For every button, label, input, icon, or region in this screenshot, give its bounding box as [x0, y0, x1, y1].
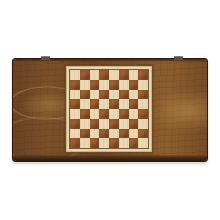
- square-a2[interactable]: [70, 129, 80, 139]
- square-e1[interactable]: [109, 138, 119, 148]
- square-b1[interactable]: [80, 138, 90, 148]
- square-f2[interactable]: [119, 129, 129, 139]
- square-b2[interactable]: [80, 129, 90, 139]
- square-h1[interactable]: [138, 138, 148, 148]
- square-d3[interactable]: [99, 119, 109, 129]
- square-h7[interactable]: [138, 80, 148, 90]
- square-d2[interactable]: [99, 129, 109, 139]
- square-h3[interactable]: [138, 119, 148, 129]
- square-a1[interactable]: [70, 138, 80, 148]
- square-h2[interactable]: [138, 129, 148, 139]
- square-e4[interactable]: [109, 109, 119, 119]
- square-g5[interactable]: [129, 99, 139, 109]
- square-e6[interactable]: [109, 90, 119, 100]
- square-e3[interactable]: [109, 119, 119, 129]
- game-board: [69, 69, 149, 149]
- square-g7[interactable]: [129, 80, 139, 90]
- square-f1[interactable]: [119, 138, 129, 148]
- square-b4[interactable]: [80, 109, 90, 119]
- square-h4[interactable]: [138, 109, 148, 119]
- square-e2[interactable]: [109, 129, 119, 139]
- square-c8[interactable]: [90, 70, 100, 80]
- square-h8[interactable]: [138, 70, 148, 80]
- hinge-right-icon: [174, 56, 183, 60]
- hinge-left-icon: [41, 56, 50, 60]
- square-g3[interactable]: [129, 119, 139, 129]
- square-a6[interactable]: [70, 90, 80, 100]
- square-d1[interactable]: [99, 138, 109, 148]
- square-b7[interactable]: [80, 80, 90, 90]
- square-h5[interactable]: [138, 99, 148, 109]
- square-f6[interactable]: [119, 90, 129, 100]
- square-f5[interactable]: [119, 99, 129, 109]
- square-h6[interactable]: [138, 90, 148, 100]
- square-d8[interactable]: [99, 70, 109, 80]
- square-f7[interactable]: [119, 80, 129, 90]
- square-a7[interactable]: [70, 80, 80, 90]
- square-a4[interactable]: [70, 109, 80, 119]
- square-d5[interactable]: [99, 99, 109, 109]
- square-f8[interactable]: [119, 70, 129, 80]
- square-e5[interactable]: [109, 99, 119, 109]
- square-a5[interactable]: [70, 99, 80, 109]
- square-d6[interactable]: [99, 90, 109, 100]
- square-g2[interactable]: [129, 129, 139, 139]
- square-f4[interactable]: [119, 109, 129, 119]
- square-g4[interactable]: [129, 109, 139, 119]
- square-g1[interactable]: [129, 138, 139, 148]
- square-b6[interactable]: [80, 90, 90, 100]
- square-d7[interactable]: [99, 80, 109, 90]
- square-c7[interactable]: [90, 80, 100, 90]
- square-g8[interactable]: [129, 70, 139, 80]
- square-a3[interactable]: [70, 119, 80, 129]
- square-e7[interactable]: [109, 80, 119, 90]
- square-b8[interactable]: [80, 70, 90, 80]
- square-c3[interactable]: [90, 119, 100, 129]
- case-front-edge: [13, 155, 207, 161]
- square-c6[interactable]: [90, 90, 100, 100]
- square-e8[interactable]: [109, 70, 119, 80]
- square-c1[interactable]: [90, 138, 100, 148]
- square-c2[interactable]: [90, 129, 100, 139]
- wooden-game-case: [12, 58, 208, 162]
- square-a8[interactable]: [70, 70, 80, 80]
- square-c4[interactable]: [90, 109, 100, 119]
- square-f3[interactable]: [119, 119, 129, 129]
- square-d4[interactable]: [99, 109, 109, 119]
- board-frame: [65, 65, 153, 153]
- square-g6[interactable]: [129, 90, 139, 100]
- square-b5[interactable]: [80, 99, 90, 109]
- page-background: [0, 0, 220, 220]
- square-c5[interactable]: [90, 99, 100, 109]
- square-b3[interactable]: [80, 119, 90, 129]
